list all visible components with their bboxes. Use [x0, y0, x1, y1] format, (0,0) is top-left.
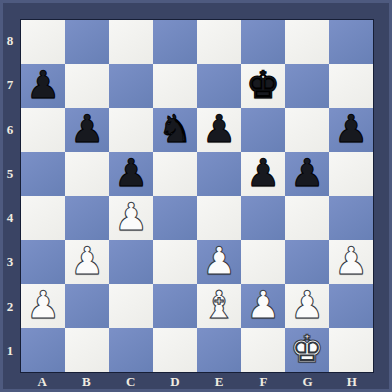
square-h1[interactable]: [329, 328, 373, 372]
piece-black-pawn[interactable]: ♟: [114, 154, 148, 192]
square-g5[interactable]: ♟: [285, 152, 329, 196]
rank-label-4: 4: [0, 196, 20, 240]
square-d1[interactable]: [153, 328, 197, 372]
file-label-c: C: [109, 373, 153, 391]
square-a4[interactable]: [21, 196, 65, 240]
square-d6[interactable]: ♞: [153, 108, 197, 152]
square-e5[interactable]: [197, 152, 241, 196]
square-c2[interactable]: [109, 284, 153, 328]
piece-white-pawn[interactable]: ♟: [114, 198, 148, 236]
square-b1[interactable]: [65, 328, 109, 372]
rank-label-5: 5: [0, 152, 20, 196]
square-c6[interactable]: [109, 108, 153, 152]
square-h4[interactable]: [329, 196, 373, 240]
file-label-d: D: [153, 373, 197, 391]
square-h5[interactable]: [329, 152, 373, 196]
piece-black-pawn[interactable]: ♟: [246, 154, 280, 192]
square-b2[interactable]: [65, 284, 109, 328]
rank-label-1: 1: [0, 329, 20, 373]
square-c5[interactable]: ♟: [109, 152, 153, 196]
square-h6[interactable]: ♟: [329, 108, 373, 152]
piece-black-pawn[interactable]: ♟: [26, 66, 60, 104]
rank-label-3: 3: [0, 240, 20, 284]
square-a6[interactable]: [21, 108, 65, 152]
file-label-a: A: [20, 373, 64, 391]
square-g7[interactable]: [285, 64, 329, 108]
rank-label-6: 6: [0, 108, 20, 152]
file-label-g: G: [286, 373, 330, 391]
square-b6[interactable]: ♟: [65, 108, 109, 152]
piece-black-knight[interactable]: ♞: [158, 110, 192, 148]
square-d2[interactable]: [153, 284, 197, 328]
file-label-f: F: [241, 373, 285, 391]
square-h2[interactable]: [329, 284, 373, 328]
square-d3[interactable]: [153, 240, 197, 284]
piece-black-pawn[interactable]: ♟: [334, 110, 368, 148]
square-d4[interactable]: [153, 196, 197, 240]
square-f3[interactable]: [241, 240, 285, 284]
square-a1[interactable]: [21, 328, 65, 372]
file-labels: ABCDEFGH: [20, 373, 374, 391]
square-a7[interactable]: ♟: [21, 64, 65, 108]
piece-white-king[interactable]: ♚: [290, 330, 324, 368]
square-c7[interactable]: [109, 64, 153, 108]
square-a2[interactable]: ♟: [21, 284, 65, 328]
square-h8[interactable]: [329, 20, 373, 64]
square-d5[interactable]: [153, 152, 197, 196]
square-g8[interactable]: [285, 20, 329, 64]
square-a8[interactable]: [21, 20, 65, 64]
square-c1[interactable]: [109, 328, 153, 372]
square-f6[interactable]: [241, 108, 285, 152]
square-c8[interactable]: [109, 20, 153, 64]
square-c4[interactable]: ♟: [109, 196, 153, 240]
square-f8[interactable]: [241, 20, 285, 64]
square-a5[interactable]: [21, 152, 65, 196]
square-g2[interactable]: ♟: [285, 284, 329, 328]
square-f7[interactable]: ♚: [241, 64, 285, 108]
piece-white-pawn[interactable]: ♟: [334, 242, 368, 280]
square-e1[interactable]: [197, 328, 241, 372]
square-f5[interactable]: ♟: [241, 152, 285, 196]
piece-white-pawn[interactable]: ♟: [246, 286, 280, 324]
piece-white-pawn[interactable]: ♟: [290, 286, 324, 324]
file-label-b: B: [64, 373, 108, 391]
piece-white-pawn[interactable]: ♟: [70, 242, 104, 280]
square-e4[interactable]: [197, 196, 241, 240]
square-f2[interactable]: ♟: [241, 284, 285, 328]
square-f1[interactable]: [241, 328, 285, 372]
square-e8[interactable]: [197, 20, 241, 64]
square-g6[interactable]: [285, 108, 329, 152]
square-b7[interactable]: [65, 64, 109, 108]
chess-board: ♟♚♟♞♟♟♟♟♟♟♟♟♟♟♝♟♟♚: [20, 19, 374, 373]
square-g1[interactable]: ♚: [285, 328, 329, 372]
file-label-e: E: [197, 373, 241, 391]
square-b8[interactable]: [65, 20, 109, 64]
square-h3[interactable]: ♟: [329, 240, 373, 284]
piece-black-pawn[interactable]: ♟: [70, 110, 104, 148]
square-c3[interactable]: [109, 240, 153, 284]
square-b3[interactable]: ♟: [65, 240, 109, 284]
square-e7[interactable]: [197, 64, 241, 108]
square-g4[interactable]: [285, 196, 329, 240]
chess-diagram: 87654321 ♟♚♟♞♟♟♟♟♟♟♟♟♟♟♝♟♟♚ ABCDEFGH: [0, 0, 392, 392]
rank-labels: 87654321: [0, 19, 20, 373]
square-b5[interactable]: [65, 152, 109, 196]
square-d7[interactable]: [153, 64, 197, 108]
square-h7[interactable]: [329, 64, 373, 108]
piece-black-pawn[interactable]: ♟: [290, 154, 324, 192]
square-e6[interactable]: ♟: [197, 108, 241, 152]
square-d8[interactable]: [153, 20, 197, 64]
rank-label-8: 8: [0, 19, 20, 63]
piece-white-pawn[interactable]: ♟: [26, 286, 60, 324]
rank-label-2: 2: [0, 285, 20, 329]
square-a3[interactable]: [21, 240, 65, 284]
square-e3[interactable]: ♟: [197, 240, 241, 284]
piece-white-bishop[interactable]: ♝: [202, 286, 236, 324]
rank-label-7: 7: [0, 63, 20, 107]
square-f4[interactable]: [241, 196, 285, 240]
square-g3[interactable]: [285, 240, 329, 284]
square-b4[interactable]: [65, 196, 109, 240]
file-label-h: H: [330, 373, 374, 391]
piece-white-pawn[interactable]: ♟: [202, 242, 236, 280]
square-e2[interactable]: ♝: [197, 284, 241, 328]
piece-black-king[interactable]: ♚: [246, 66, 280, 104]
piece-black-pawn[interactable]: ♟: [202, 110, 236, 148]
